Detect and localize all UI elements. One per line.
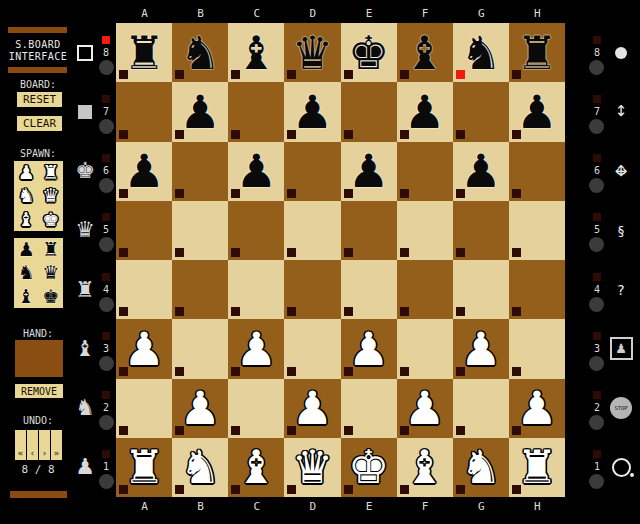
spawn-section-label: SPAWN: <box>0 148 76 159</box>
piece-black-rook: ♜ <box>516 30 557 76</box>
rank-4-mode-icon[interactable]: ? <box>603 277 639 303</box>
square-marker <box>512 426 521 435</box>
rank-2-mode-icon[interactable]: STOP <box>603 395 639 421</box>
piece-black-pawn: ♟ <box>348 148 389 194</box>
piece-white-rook: ♜ <box>516 444 557 490</box>
square-g5[interactable] <box>453 201 509 260</box>
file-label-top-e: E <box>341 7 398 20</box>
piece-knight-icon: ♞ <box>75 397 95 419</box>
square-marker <box>400 189 409 198</box>
square-marker <box>287 367 296 376</box>
square-marker <box>287 189 296 198</box>
square-marker <box>344 189 353 198</box>
rank-6-left-led <box>99 178 114 193</box>
file-label-top-a: A <box>116 7 173 20</box>
square-b1[interactable]: ♞ <box>172 438 228 497</box>
square-marker <box>175 130 184 139</box>
square-marker <box>231 485 240 494</box>
square-marker <box>456 70 465 79</box>
square-a2[interactable] <box>116 379 172 438</box>
square-c6[interactable]: ♟ <box>228 142 284 201</box>
rank-5-right-led <box>589 237 604 252</box>
stop-sign-icon: STOP <box>610 397 632 419</box>
square-marker <box>119 426 128 435</box>
piece-black-pawn: ♟ <box>236 148 277 194</box>
square-c2[interactable] <box>228 379 284 438</box>
spawn-black-knight-icon: ♞ <box>18 263 35 282</box>
app-title-line2: INTERFACE <box>0 51 76 62</box>
square-marker <box>287 307 296 316</box>
square-marker <box>400 426 409 435</box>
rank-7-left-led <box>99 119 114 134</box>
square-marker <box>456 426 465 435</box>
piece-black-pawn: ♟ <box>180 89 221 135</box>
square-e3[interactable]: ♟ <box>341 319 397 378</box>
square-marker <box>456 189 465 198</box>
rank-3-mode-icon[interactable]: ♟ <box>603 336 639 362</box>
square-marker <box>456 307 465 316</box>
divider-bar-top <box>8 27 67 33</box>
spawn-white-queen[interactable]: ♛ <box>39 184 64 207</box>
undo-counter: 8 / 8 <box>0 463 76 476</box>
square-marker <box>512 307 521 316</box>
square-g2[interactable] <box>453 379 509 438</box>
square-marker <box>512 70 521 79</box>
empty-square-icon <box>77 45 93 61</box>
file-label-bottom-h: H <box>509 500 566 513</box>
square-b4[interactable] <box>172 260 228 319</box>
square-f8[interactable]: ♝ <box>397 23 453 82</box>
spawn-white-rook[interactable]: ♜ <box>39 161 64 184</box>
piece-white-pawn: ♟ <box>516 385 557 431</box>
square-d2[interactable]: ♟ <box>284 379 340 438</box>
spawn-palette-black: ♟♜♞♛♝♚ <box>14 238 63 308</box>
piece-white-pawn: ♟ <box>292 385 333 431</box>
rank-label-left-3: 3 <box>95 343 117 354</box>
square-marker <box>344 485 353 494</box>
square-marker <box>344 426 353 435</box>
square-e2[interactable] <box>341 379 397 438</box>
rank-6-mode-icon[interactable]: ↔↕ <box>603 158 639 184</box>
file-label-bottom-g: G <box>453 500 510 513</box>
square-f1[interactable]: ♝ <box>397 438 453 497</box>
rank-label-left-1: 1 <box>95 461 117 472</box>
chess-board: ♜♞♝♛♚♝♞♜♟♟♟♟♟♟♟♟♟♟♟♟♟♟♟♟♜♞♝♛♚♝♞♜ <box>116 23 565 497</box>
piece-black-rook: ♜ <box>123 30 164 76</box>
undo-rewind-all-button[interactable]: « <box>15 430 26 460</box>
square-h1[interactable]: ♜ <box>509 438 565 497</box>
spawn-black-rook-icon: ♜ <box>42 240 59 259</box>
divider-bar-bottom <box>10 491 67 498</box>
spawn-black-bishop[interactable]: ♝ <box>14 285 39 308</box>
square-marker <box>400 70 409 79</box>
rank-1-mode-icon[interactable] <box>603 454 639 480</box>
piece-black-pawn: ♟ <box>460 148 501 194</box>
square-marker <box>287 485 296 494</box>
piece-black-bishop: ♝ <box>404 30 445 76</box>
rank-label-left-5: 5 <box>95 224 117 235</box>
spawn-white-king-icon: ♚ <box>42 210 59 229</box>
square-marker <box>344 248 353 257</box>
spawn-black-king[interactable]: ♚ <box>39 285 64 308</box>
piece-black-knight: ♞ <box>460 30 501 76</box>
rank-label-left-6: 6 <box>95 165 117 176</box>
square-c5[interactable] <box>228 201 284 260</box>
square-marker <box>175 189 184 198</box>
rank-7-mode-icon[interactable]: ↕ <box>603 99 639 125</box>
square-d6[interactable] <box>284 142 340 201</box>
square-marker <box>512 189 521 198</box>
spawn-white-knight[interactable]: ♞ <box>14 184 39 207</box>
rank-5-right-indicator <box>593 213 601 221</box>
rank-1-right-led <box>589 474 604 489</box>
square-e6[interactable]: ♟ <box>341 142 397 201</box>
board-section-label: BOARD: <box>0 79 76 90</box>
square-a6[interactable]: ♟ <box>116 142 172 201</box>
filled-circle-icon <box>615 47 627 59</box>
square-marker <box>119 367 128 376</box>
file-label-top-h: H <box>509 7 566 20</box>
square-b6[interactable] <box>172 142 228 201</box>
square-c7[interactable] <box>228 82 284 141</box>
square-a4[interactable] <box>116 260 172 319</box>
piece-black-bishop: ♝ <box>236 30 277 76</box>
square-h8[interactable]: ♜ <box>509 23 565 82</box>
rank-6-right-indicator <box>593 154 601 162</box>
undo-step-back-button[interactable]: ‹ <box>27 430 38 460</box>
piece-white-pawn: ♟ <box>348 326 389 372</box>
reset-button[interactable]: RESET <box>17 92 62 107</box>
boxed-pawn-icon: ♟ <box>610 337 633 360</box>
spawn-white-bishop[interactable]: ♝ <box>14 208 39 231</box>
square-marker <box>512 130 521 139</box>
square-marker <box>175 485 184 494</box>
square-marker <box>175 248 184 257</box>
spawn-black-queen[interactable]: ♛ <box>39 261 64 284</box>
square-g3[interactable]: ♟ <box>453 319 509 378</box>
square-marker <box>231 426 240 435</box>
piece-black-pawn: ♟ <box>123 148 164 194</box>
square-marker <box>231 130 240 139</box>
piece-white-king: ♚ <box>348 444 389 490</box>
square-d7[interactable]: ♟ <box>284 82 340 141</box>
square-b2[interactable]: ♟ <box>172 379 228 438</box>
square-b5[interactable] <box>172 201 228 260</box>
piece-white-queen: ♛ <box>292 444 333 490</box>
square-h7[interactable]: ♟ <box>509 82 565 141</box>
rank-4-left-indicator <box>102 273 110 281</box>
piece-rook-icon: ♜ <box>75 279 95 301</box>
rank-4-right-led <box>589 297 604 312</box>
square-h2[interactable]: ♟ <box>509 379 565 438</box>
square-d1[interactable]: ♛ <box>284 438 340 497</box>
piece-queen-icon: ♛ <box>75 219 95 241</box>
square-marker <box>119 248 128 257</box>
square-marker <box>231 367 240 376</box>
rank-7-left-indicator <box>102 95 110 103</box>
rank-6-right-led <box>589 178 604 193</box>
square-marker <box>119 307 128 316</box>
square-b7[interactable]: ♟ <box>172 82 228 141</box>
square-h3[interactable] <box>509 319 565 378</box>
piece-black-pawn: ♟ <box>292 89 333 135</box>
gray-square-icon <box>78 105 92 119</box>
square-marker <box>400 485 409 494</box>
rank-label-left-2: 2 <box>95 402 117 413</box>
file-label-top-f: F <box>397 7 454 20</box>
rank-8-left-indicator <box>102 36 110 44</box>
piece-white-pawn: ♟ <box>404 385 445 431</box>
rank-2-right-led <box>589 415 604 430</box>
rank-5-mode-icon[interactable]: § <box>603 217 639 243</box>
square-f6[interactable] <box>397 142 453 201</box>
spawn-white-pawn-icon: ♟ <box>18 163 35 182</box>
square-marker <box>231 307 240 316</box>
spawn-white-knight-icon: ♞ <box>18 186 35 205</box>
divider-bar-mid <box>8 67 67 73</box>
piece-white-pawn: ♟ <box>180 385 221 431</box>
rank-label-left-4: 4 <box>95 284 117 295</box>
square-marker <box>456 248 465 257</box>
square-c8[interactable]: ♝ <box>228 23 284 82</box>
piece-white-rook: ♜ <box>123 444 164 490</box>
square-a1[interactable]: ♜ <box>116 438 172 497</box>
square-marker <box>456 367 465 376</box>
rank-5-left-indicator <box>102 213 110 221</box>
square-g4[interactable] <box>453 260 509 319</box>
piece-white-pawn: ♟ <box>460 326 501 372</box>
undo-section-label: UNDO: <box>0 415 76 426</box>
piece-black-king: ♚ <box>348 30 389 76</box>
square-g1[interactable]: ♞ <box>453 438 509 497</box>
square-marker <box>400 248 409 257</box>
file-label-bottom-a: A <box>116 500 173 513</box>
square-e5[interactable] <box>341 201 397 260</box>
rank-7-right-led <box>589 119 604 134</box>
square-f4[interactable] <box>397 260 453 319</box>
square-marker <box>231 248 240 257</box>
move-arrows-icon: ↔↕ <box>611 161 631 181</box>
square-d8[interactable]: ♛ <box>284 23 340 82</box>
rank-3-left-led <box>99 356 114 371</box>
spawn-black-knight[interactable]: ♞ <box>14 261 39 284</box>
piece-white-bishop: ♝ <box>236 444 277 490</box>
piece-white-pawn: ♟ <box>123 326 164 372</box>
rank-1-left-indicator <box>102 450 110 458</box>
piece-bishop-icon: ♝ <box>75 338 95 360</box>
square-marker <box>119 189 128 198</box>
clear-button[interactable]: CLEAR <box>17 116 62 131</box>
rank-label-left-7: 7 <box>95 106 117 117</box>
square-g6[interactable]: ♟ <box>453 142 509 201</box>
square-g8[interactable]: ♞ <box>453 23 509 82</box>
hand-section-label: HAND: <box>0 328 76 339</box>
square-marker <box>231 70 240 79</box>
rank-4-left-led <box>99 297 114 312</box>
spawn-white-rook-icon: ♜ <box>42 163 59 182</box>
spawn-black-king-icon: ♚ <box>42 287 59 306</box>
app-title-line1: S.BOARD <box>0 39 76 50</box>
rank-3-left-indicator <box>102 332 110 340</box>
square-a7[interactable] <box>116 82 172 141</box>
square-c1[interactable]: ♝ <box>228 438 284 497</box>
spawn-black-queen-icon: ♛ <box>42 263 59 282</box>
square-marker <box>287 70 296 79</box>
square-a3[interactable]: ♟ <box>116 319 172 378</box>
rank-label-left-8: 8 <box>95 47 117 58</box>
rank-1-left-led <box>99 474 114 489</box>
file-label-bottom-f: F <box>397 500 454 513</box>
rank-7-right-indicator <box>593 95 601 103</box>
square-marker <box>456 485 465 494</box>
spawn-white-bishop-icon: ♝ <box>18 210 35 229</box>
square-c4[interactable] <box>228 260 284 319</box>
square-marker <box>344 307 353 316</box>
square-marker <box>344 130 353 139</box>
rank-2-right-indicator <box>593 391 601 399</box>
rank-8-mode-icon[interactable] <box>603 40 639 66</box>
square-e4[interactable] <box>341 260 397 319</box>
square-marker <box>344 70 353 79</box>
spawn-black-rook[interactable]: ♜ <box>39 238 64 261</box>
file-label-bottom-d: D <box>284 500 341 513</box>
square-marker <box>119 130 128 139</box>
spawn-black-pawn[interactable]: ♟ <box>14 238 39 261</box>
piece-white-bishop: ♝ <box>404 444 445 490</box>
spawn-white-king[interactable]: ♚ <box>39 208 64 231</box>
square-b3[interactable] <box>172 319 228 378</box>
piece-black-queen: ♛ <box>292 30 333 76</box>
square-marker <box>119 70 128 79</box>
sboard-interface: S.BOARD INTERFACE BOARD: RESET CLEAR SPA… <box>0 0 640 524</box>
square-f3[interactable] <box>397 319 453 378</box>
rank-3-right-led <box>589 356 604 371</box>
rank-8-right-led <box>589 60 604 75</box>
square-f7[interactable]: ♟ <box>397 82 453 141</box>
square-marker <box>400 307 409 316</box>
spawn-black-bishop-icon: ♝ <box>18 287 35 306</box>
square-marker <box>175 307 184 316</box>
spawn-black-pawn-icon: ♟ <box>18 240 35 259</box>
piece-white-knight: ♞ <box>180 444 221 490</box>
square-marker <box>512 367 521 376</box>
square-d3[interactable] <box>284 319 340 378</box>
square-marker <box>119 485 128 494</box>
square-marker <box>231 189 240 198</box>
circle-dot-icon <box>612 458 631 477</box>
hand-slot[interactable] <box>15 340 63 377</box>
square-b8[interactable]: ♞ <box>172 23 228 82</box>
square-marker <box>287 248 296 257</box>
square-h5[interactable] <box>509 201 565 260</box>
spawn-palette-white: ♟♜♞♛♝♚ <box>14 161 63 231</box>
file-label-top-d: D <box>284 7 341 20</box>
remove-button[interactable]: REMOVE <box>15 384 63 398</box>
spawn-white-queen-icon: ♛ <box>42 186 59 205</box>
square-marker <box>344 367 353 376</box>
undo-step-forward-button[interactable]: › <box>39 430 50 460</box>
square-c3[interactable]: ♟ <box>228 319 284 378</box>
spawn-white-pawn[interactable]: ♟ <box>14 161 39 184</box>
rank-3-right-indicator <box>593 332 601 340</box>
square-marker <box>287 426 296 435</box>
square-marker <box>287 130 296 139</box>
square-h4[interactable] <box>509 260 565 319</box>
file-label-top-c: C <box>228 7 285 20</box>
square-d4[interactable] <box>284 260 340 319</box>
rank-2-left-indicator <box>102 391 110 399</box>
rank-2-left-led <box>99 415 114 430</box>
file-label-bottom-b: B <box>172 500 229 513</box>
question-mark-icon: ? <box>617 283 624 297</box>
square-a8[interactable]: ♜ <box>116 23 172 82</box>
rank-8-right-indicator <box>593 36 601 44</box>
square-f5[interactable] <box>397 201 453 260</box>
square-marker <box>175 426 184 435</box>
square-marker <box>400 130 409 139</box>
square-h6[interactable] <box>509 142 565 201</box>
square-marker <box>512 248 521 257</box>
file-label-top-b: B <box>172 7 229 20</box>
file-label-bottom-e: E <box>341 500 398 513</box>
piece-black-knight: ♞ <box>180 30 221 76</box>
rank-5-left-led <box>99 237 114 252</box>
rank-4-right-indicator <box>593 273 601 281</box>
rank-6-left-indicator <box>102 154 110 162</box>
piece-white-pawn: ♟ <box>236 326 277 372</box>
file-label-bottom-c: C <box>228 500 285 513</box>
square-f2[interactable]: ♟ <box>397 379 453 438</box>
square-e8[interactable]: ♚ <box>341 23 397 82</box>
square-marker <box>175 367 184 376</box>
square-e1[interactable]: ♚ <box>341 438 397 497</box>
piece-black-pawn: ♟ <box>516 89 557 135</box>
piece-king-icon: ♚ <box>75 160 95 182</box>
rank-8-left-led <box>99 60 114 75</box>
updown-arrow-icon: ↕ <box>615 104 628 119</box>
square-g7[interactable] <box>453 82 509 141</box>
square-marker <box>456 130 465 139</box>
square-marker <box>512 485 521 494</box>
square-e7[interactable] <box>341 82 397 141</box>
file-label-top-g: G <box>453 7 510 20</box>
square-marker <box>175 70 184 79</box>
piece-white-knight: ♞ <box>460 444 501 490</box>
square-a5[interactable] <box>116 201 172 260</box>
square-d5[interactable] <box>284 201 340 260</box>
section-sign-icon: § <box>618 224 625 237</box>
undo-forward-all-button[interactable]: » <box>51 430 62 460</box>
square-marker <box>400 367 409 376</box>
rank-1-right-indicator <box>593 450 601 458</box>
piece-pawn-icon: ♟ <box>75 456 95 478</box>
piece-black-pawn: ♟ <box>404 89 445 135</box>
